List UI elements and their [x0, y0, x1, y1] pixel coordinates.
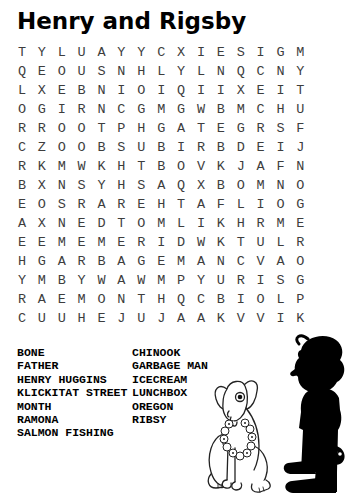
grid-cell[interactable]: B [72, 81, 92, 100]
grid-cell[interactable]: P [171, 271, 191, 290]
grid-cell[interactable]: I [171, 138, 191, 157]
page-title: Henry and Rigsby [17, 8, 246, 34]
grid-cell[interactable]: E [151, 252, 171, 271]
grid-cell[interactable]: H [231, 214, 251, 233]
grid-cell[interactable]: I [271, 309, 291, 328]
word-list-item: GARBAGE MAN [132, 359, 208, 372]
grid-cell[interactable]: C [251, 62, 271, 81]
grid-cell[interactable]: E [131, 195, 151, 214]
grid-cell[interactable]: N [52, 214, 72, 233]
grid-cell[interactable]: E [251, 81, 271, 100]
grid-cell[interactable]: R [131, 233, 151, 252]
grid-cell[interactable]: P [111, 119, 131, 138]
grid-cell[interactable]: M [151, 214, 171, 233]
grid-cell[interactable]: G [131, 100, 151, 119]
grid-cell[interactable]: X [171, 43, 191, 62]
grid-cell[interactable]: B [151, 138, 171, 157]
grid-cell[interactable]: Q [171, 176, 191, 195]
grid-cell[interactable]: B [211, 290, 231, 309]
grid-cell[interactable]: Y [111, 43, 131, 62]
grid-cell[interactable]: L [191, 62, 211, 81]
grid-cell[interactable]: I [52, 100, 72, 119]
word-list-item: CHINOOK [132, 346, 208, 359]
grid-cell[interactable]: A [191, 195, 211, 214]
dog-flower-lei [220, 419, 256, 460]
grid-cell[interactable]: F [290, 119, 310, 138]
grid-cell[interactable]: T [171, 195, 191, 214]
dog-head [223, 381, 248, 421]
grid-cell[interactable]: A [191, 252, 211, 271]
grid-cell[interactable]: D [171, 233, 191, 252]
grid-cell[interactable]: G [231, 119, 251, 138]
grid-cell[interactable]: Y [72, 271, 92, 290]
grid-cell[interactable]: J [231, 157, 251, 176]
grid-cell[interactable]: L [151, 62, 171, 81]
grid-cell[interactable]: G [32, 100, 52, 119]
grid-cell[interactable]: O [52, 119, 72, 138]
grid-cell[interactable]: L [271, 233, 291, 252]
grid-cell[interactable]: R [72, 252, 92, 271]
grid-cell[interactable]: B [52, 271, 72, 290]
grid-cell[interactable]: L [231, 195, 251, 214]
grid-cell[interactable]: M [72, 290, 92, 309]
worksheet-page: { "game": "word-search", "title": "Henry… [0, 0, 354, 500]
grid-cell[interactable]: L [271, 290, 291, 309]
grid-cell[interactable]: R [12, 157, 32, 176]
grid-cell[interactable]: B [12, 176, 32, 195]
boy-silhouette [280, 330, 352, 498]
grid-cell[interactable]: B [92, 138, 112, 157]
grid-cell[interactable]: E [211, 43, 231, 62]
grid-cell[interactable]: E [111, 233, 131, 252]
grid-cell[interactable]: N [92, 81, 112, 100]
grid-cell[interactable]: D [92, 214, 112, 233]
grid-cell[interactable]: H [271, 100, 291, 119]
grid-cell[interactable]: O [92, 290, 112, 309]
grid-cell[interactable]: H [72, 309, 92, 328]
grid-cell[interactable]: O [12, 100, 32, 119]
grid-cell[interactable]: I [191, 214, 211, 233]
grid-cell[interactable]: I [271, 138, 291, 157]
grid-cell[interactable]: R [290, 233, 310, 252]
grid-cell[interactable]: E [12, 195, 32, 214]
grid-cell[interactable]: R [12, 290, 32, 309]
grid-cell[interactable]: H [12, 252, 32, 271]
word-search-grid: TYLUAYYCXIESIGMQEOUSNHLYLNQCNYLXEBNIOIQI… [12, 43, 310, 328]
grid-cell[interactable]: H [111, 157, 131, 176]
grid-cell[interactable]: E [32, 62, 52, 81]
grid-cell[interactable]: M [290, 43, 310, 62]
grid-cell[interactable]: V [251, 309, 271, 328]
grid-cell[interactable]: C [151, 43, 171, 62]
grid-cell[interactable]: G [290, 195, 310, 214]
word-list-right: CHINOOKGARBAGE MANICECREAMLUNCHBOXOREGON… [132, 346, 208, 426]
word-list-item: SALMON FISHING [17, 426, 127, 439]
grid-cell[interactable]: K [211, 214, 231, 233]
grid-cell[interactable]: C [231, 252, 251, 271]
grid-cell[interactable]: P [290, 290, 310, 309]
grid-cell[interactable]: M [231, 100, 251, 119]
grid-cell[interactable]: U [52, 309, 72, 328]
grid-cell[interactable]: O [171, 157, 191, 176]
grid-cell[interactable]: G [171, 100, 191, 119]
grid-cell[interactable]: T [111, 214, 131, 233]
grid-cell[interactable]: A [12, 214, 32, 233]
grid-cell[interactable]: G [32, 252, 52, 271]
grid-cell[interactable]: Y [131, 43, 151, 62]
grid-cell[interactable]: N [92, 100, 112, 119]
grid-cell[interactable]: Y [290, 62, 310, 81]
boy-upper-foot [284, 460, 316, 474]
grid-cell[interactable]: G [131, 252, 151, 271]
grid-cell[interactable]: I [211, 81, 231, 100]
grid-cell[interactable]: A [171, 119, 191, 138]
grid-cell[interactable]: X [32, 81, 52, 100]
grid-cell[interactable]: U [72, 43, 92, 62]
grid-cell[interactable]: I [191, 43, 211, 62]
boy-head [295, 336, 345, 393]
grid-cell[interactable]: U [131, 138, 151, 157]
grid-cell[interactable]: G [290, 271, 310, 290]
grid-cell[interactable]: R [191, 138, 211, 157]
word-list-item: ICECREAM [132, 373, 208, 386]
grid-cell[interactable]: Y [171, 62, 191, 81]
grid-cell[interactable]: V [231, 309, 251, 328]
grid-cell[interactable]: E [72, 214, 92, 233]
grid-cell[interactable]: I [231, 290, 251, 309]
grid-cell[interactable]: S [111, 138, 131, 157]
grid-cell[interactable]: M [251, 176, 271, 195]
word-list-item: RAMONA [17, 413, 127, 426]
grid-cell[interactable]: A [92, 195, 112, 214]
grid-cell[interactable]: H [111, 176, 131, 195]
grid-cell[interactable]: V [191, 157, 211, 176]
grid-cell[interactable]: S [72, 176, 92, 195]
grid-cell[interactable]: E [52, 81, 72, 100]
grid-cell[interactable]: S [92, 62, 112, 81]
grid-cell[interactable]: K [32, 157, 52, 176]
grid-cell[interactable]: Q [231, 62, 251, 81]
grid-cell[interactable]: N [211, 62, 231, 81]
grid-cell[interactable]: R [231, 271, 251, 290]
grid-cell[interactable]: X [32, 176, 52, 195]
grid-cell[interactable]: N [52, 176, 72, 195]
grid-cell[interactable]: I [191, 81, 211, 100]
grid-cell[interactable]: O [131, 214, 151, 233]
grid-cell[interactable]: L [171, 214, 191, 233]
grid-cell[interactable]: U [211, 271, 231, 290]
grid-cell[interactable]: T [191, 119, 211, 138]
grid-cell[interactable]: Y [12, 271, 32, 290]
grid-cell[interactable]: Z [32, 138, 52, 157]
grid-cell[interactable]: H [131, 62, 151, 81]
grid-cell[interactable]: H [151, 290, 171, 309]
word-list-item: LUNCHBOX [132, 386, 208, 399]
grid-cell[interactable]: R [111, 195, 131, 214]
grid-cell[interactable]: V [251, 252, 271, 271]
grid-cell[interactable]: N [211, 252, 231, 271]
grid-cell[interactable]: A [111, 271, 131, 290]
grid-cell[interactable]: T [290, 81, 310, 100]
grid-cell[interactable]: T [131, 290, 151, 309]
grid-cell[interactable]: I [251, 195, 271, 214]
grid-cell[interactable]: A [52, 252, 72, 271]
grid-cell[interactable]: R [12, 119, 32, 138]
grid-cell[interactable]: O [271, 195, 291, 214]
grid-cell[interactable]: E [32, 233, 52, 252]
grid-cell[interactable]: J [290, 138, 310, 157]
grid-cell[interactable]: A [92, 43, 112, 62]
grid-cell[interactable]: T [131, 157, 151, 176]
grid-cell[interactable]: O [52, 62, 72, 81]
word-list-item: HENRY HUGGINS [17, 373, 127, 386]
grid-cell[interactable]: E [52, 290, 72, 309]
grid-cell[interactable]: M [151, 100, 171, 119]
grid-cell[interactable]: B [151, 157, 171, 176]
grid-cell[interactable]: A [171, 309, 191, 328]
grid-cell[interactable]: W [191, 100, 211, 119]
grid-cell[interactable]: M [32, 271, 52, 290]
grid-cell[interactable]: N [290, 157, 310, 176]
grid-cell[interactable]: W [72, 157, 92, 176]
grid-cell[interactable]: J [111, 309, 131, 328]
grid-cell[interactable]: U [32, 309, 52, 328]
grid-cell[interactable]: A [111, 252, 131, 271]
word-list-item: BONE [17, 346, 127, 359]
grid-cell[interactable]: Q [171, 290, 191, 309]
grid-cell[interactable]: M [92, 233, 112, 252]
grid-cell[interactable]: L [12, 81, 32, 100]
dog-illustration [202, 376, 274, 498]
grid-cell[interactable]: U [251, 233, 271, 252]
grid-cell[interactable]: C [111, 100, 131, 119]
grid-cell[interactable]: O [290, 252, 310, 271]
grid-cell[interactable]: E [290, 214, 310, 233]
grid-cell[interactable]: A [191, 309, 211, 328]
grid-cell[interactable]: E [72, 233, 92, 252]
word-list-item: OREGON [132, 400, 208, 413]
grid-cell[interactable]: C [12, 309, 32, 328]
grid-cell[interactable]: A [32, 290, 52, 309]
grid-cell[interactable]: B [211, 138, 231, 157]
grid-cell[interactable]: U [72, 62, 92, 81]
grid-cell[interactable]: F [271, 157, 291, 176]
grid-cell[interactable]: M [151, 271, 171, 290]
grid-cell[interactable]: N [271, 62, 291, 81]
grid-cell[interactable]: N [271, 176, 291, 195]
grid-cell[interactable]: G [271, 43, 291, 62]
grid-cell[interactable]: E [211, 119, 231, 138]
grid-cell[interactable]: A [271, 252, 291, 271]
grid-cell[interactable]: M [52, 157, 72, 176]
dog-hind-paw [251, 480, 270, 492]
grid-cell[interactable]: O [72, 119, 92, 138]
grid-cell[interactable]: F [211, 195, 231, 214]
boy-lower-foot [285, 478, 336, 493]
grid-cell[interactable]: R [72, 195, 92, 214]
grid-cell[interactable]: X [32, 214, 52, 233]
grid-cell[interactable]: M [52, 233, 72, 252]
grid-cell[interactable]: K [211, 233, 231, 252]
grid-cell[interactable]: K [211, 157, 231, 176]
grid-cell[interactable]: S [271, 119, 291, 138]
grid-cell[interactable]: D [231, 138, 251, 157]
grid-cell[interactable]: Y [32, 43, 52, 62]
grid-cell[interactable]: S [231, 43, 251, 62]
grid-cell[interactable]: H [131, 119, 151, 138]
grid-cell[interactable]: Q [12, 62, 32, 81]
grid-cell[interactable]: W [92, 271, 112, 290]
grid-cell[interactable]: R [32, 119, 52, 138]
grid-cell[interactable]: H [151, 195, 171, 214]
grid-cell[interactable]: R [251, 214, 271, 233]
grid-cell[interactable]: O [231, 176, 251, 195]
grid-cell[interactable]: B [92, 252, 112, 271]
grid-cell[interactable]: R [72, 100, 92, 119]
grid-cell[interactable]: B [211, 100, 231, 119]
grid-cell[interactable]: O [131, 81, 151, 100]
grid-cell[interactable]: I [111, 81, 131, 100]
grid-cell[interactable]: A [251, 157, 271, 176]
grid-cell[interactable]: W [191, 233, 211, 252]
grid-cell[interactable]: X [231, 81, 251, 100]
grid-cell[interactable]: E [12, 233, 32, 252]
grid-cell[interactable]: U [131, 309, 151, 328]
grid-cell[interactable]: M [171, 252, 191, 271]
grid-cell[interactable]: W [131, 271, 151, 290]
grid-cell[interactable]: O [290, 176, 310, 195]
grid-cell[interactable]: I [251, 43, 271, 62]
grid-cell[interactable]: I [271, 81, 291, 100]
grid-cell[interactable]: C [191, 290, 211, 309]
grid-cell[interactable]: S [52, 195, 72, 214]
grid-cell[interactable]: K [211, 309, 231, 328]
grid-cell[interactable]: I [151, 233, 171, 252]
grid-cell[interactable]: Q [171, 81, 191, 100]
grid-cell[interactable]: C [251, 100, 271, 119]
dog-eye [238, 395, 243, 400]
grid-cell[interactable]: T [231, 233, 251, 252]
grid-cell[interactable]: K [92, 157, 112, 176]
grid-cell[interactable]: J [151, 309, 171, 328]
grid-cell[interactable]: Y [92, 176, 112, 195]
grid-cell[interactable]: K [290, 309, 310, 328]
word-list-item: RIBSY [132, 413, 208, 426]
grid-cell[interactable]: M [271, 214, 291, 233]
grid-cell[interactable]: O [251, 290, 271, 309]
grid-cell[interactable]: L [52, 43, 72, 62]
grid-cell[interactable]: Y [191, 271, 211, 290]
grid-cell[interactable]: O [32, 195, 52, 214]
word-list-item: KLICKITAT STREET [17, 386, 127, 399]
grid-cell[interactable]: T [12, 43, 32, 62]
grid-cell[interactable]: E [251, 138, 271, 157]
grid-cell[interactable]: B [211, 176, 231, 195]
word-list-item: FATHER [17, 359, 127, 372]
word-list-left: BONEFATHERHENRY HUGGINSKLICKITAT STREETM… [17, 346, 127, 440]
word-list-item: MONTH [17, 400, 127, 413]
grid-cell[interactable]: S [271, 271, 291, 290]
grid-cell[interactable]: O [72, 138, 92, 157]
grid-cell[interactable]: E [92, 309, 112, 328]
grid-cell[interactable]: N [111, 62, 131, 81]
grid-cell[interactable]: U [290, 100, 310, 119]
grid-cell[interactable]: I [151, 81, 171, 100]
grid-cell[interactable]: X [191, 176, 211, 195]
grid-cell[interactable]: C [12, 138, 32, 157]
grid-cell[interactable]: S [131, 176, 151, 195]
grid-cell[interactable]: A [151, 176, 171, 195]
grid-cell[interactable]: R [251, 119, 271, 138]
grid-cell[interactable]: N [111, 290, 131, 309]
grid-cell[interactable]: T [92, 119, 112, 138]
grid-cell[interactable]: I [251, 271, 271, 290]
grid-cell[interactable]: G [151, 119, 171, 138]
grid-cell[interactable]: O [52, 138, 72, 157]
